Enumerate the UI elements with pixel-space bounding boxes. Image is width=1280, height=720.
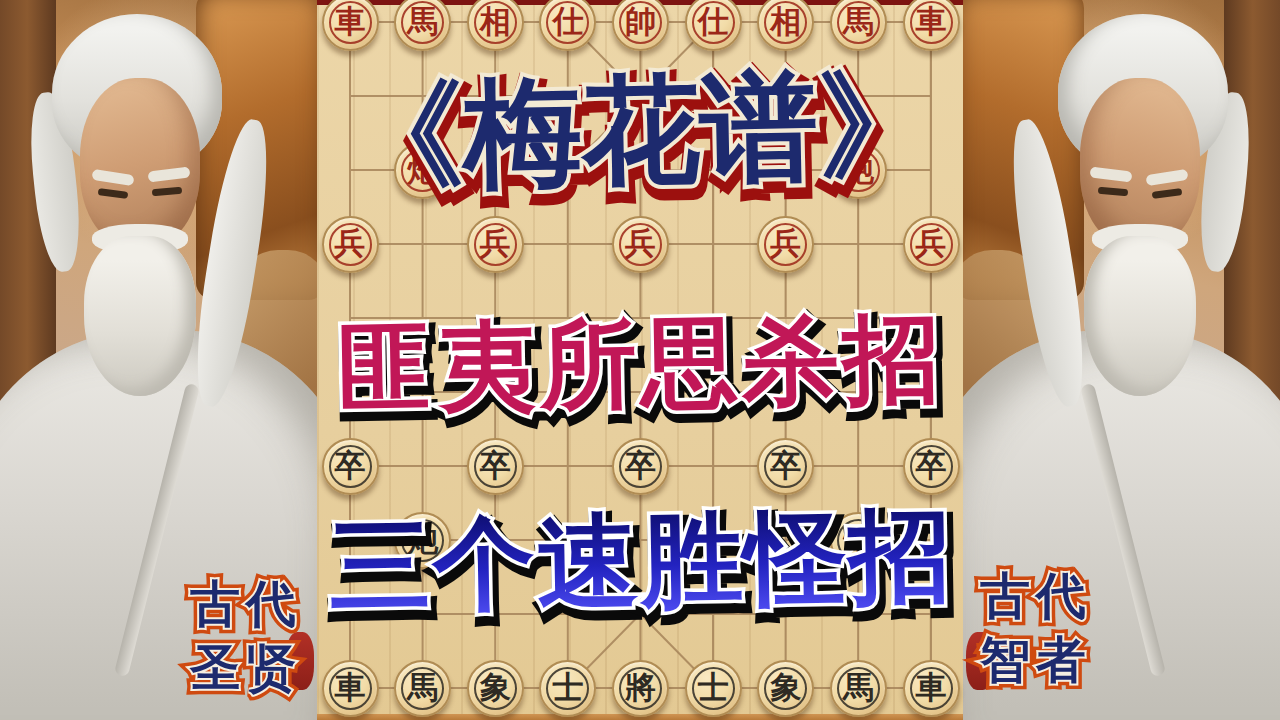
left-caption: 古代 古代 古代 圣贤 圣贤 圣贤 bbox=[188, 572, 304, 700]
piece-character: 相 bbox=[469, 0, 522, 49]
piece-character: 馬 bbox=[396, 662, 449, 715]
piece-red-兵[interactable]: 兵 bbox=[467, 216, 524, 273]
piece-black-馬[interactable]: 馬 bbox=[830, 660, 887, 717]
right-caption-line1: 古代 古代 古代 bbox=[978, 564, 1094, 628]
sage-beard bbox=[84, 236, 196, 396]
piece-black-車[interactable]: 車 bbox=[322, 660, 379, 717]
piece-character: 象 bbox=[759, 662, 812, 715]
piece-character: 將 bbox=[614, 662, 667, 715]
piece-red-相[interactable]: 相 bbox=[467, 0, 524, 51]
piece-character: 卒 bbox=[614, 440, 667, 493]
piece-character: 兵 bbox=[469, 218, 522, 271]
piece-red-仕[interactable]: 仕 bbox=[685, 0, 742, 51]
right-caption: 古代 古代 古代 智者 智者 智者 bbox=[978, 564, 1094, 692]
sage-face bbox=[1080, 78, 1200, 248]
piece-character: 車 bbox=[324, 0, 377, 49]
piece-character: 仕 bbox=[541, 0, 594, 49]
piece-red-馬[interactable]: 馬 bbox=[394, 0, 451, 51]
piece-character: 車 bbox=[905, 0, 958, 49]
piece-black-士[interactable]: 士 bbox=[685, 660, 742, 717]
piece-red-車[interactable]: 車 bbox=[903, 0, 960, 51]
piece-character: 卒 bbox=[324, 440, 377, 493]
subtitle-overlay-1: 匪夷所思杀招 匪夷所思杀招 匪夷所思杀招 bbox=[316, 294, 966, 436]
piece-black-馬[interactable]: 馬 bbox=[394, 660, 451, 717]
piece-red-相[interactable]: 相 bbox=[757, 0, 814, 51]
left-caption-line2: 圣贤 圣贤 圣贤 bbox=[188, 636, 304, 700]
piece-black-卒[interactable]: 卒 bbox=[322, 438, 379, 495]
piece-character: 兵 bbox=[759, 218, 812, 271]
piece-red-馬[interactable]: 馬 bbox=[830, 0, 887, 51]
subtitle-overlay-2: 三个速胜怪招 三个速胜怪招 三个速胜怪招 bbox=[316, 488, 966, 636]
right-caption-line2: 智者 智者 智者 bbox=[978, 628, 1094, 692]
piece-character: 車 bbox=[324, 662, 377, 715]
title-overlay: 《梅花谱》 《梅花谱》 《梅花谱》 bbox=[315, 45, 966, 219]
caption-text: 古代 bbox=[188, 572, 304, 636]
piece-character: 兵 bbox=[905, 218, 958, 271]
left-caption-line1: 古代 古代 古代 bbox=[188, 572, 304, 636]
piece-character: 兵 bbox=[614, 218, 667, 271]
piece-black-象[interactable]: 象 bbox=[757, 660, 814, 717]
subtitle1-text: 匪夷所思杀招 bbox=[337, 301, 945, 426]
piece-black-士[interactable]: 士 bbox=[539, 660, 596, 717]
piece-black-車[interactable]: 車 bbox=[903, 660, 960, 717]
piece-character: 卒 bbox=[905, 440, 958, 493]
piece-character: 相 bbox=[759, 0, 812, 49]
piece-character: 車 bbox=[905, 662, 958, 715]
piece-red-兵[interactable]: 兵 bbox=[757, 216, 814, 273]
subtitle2-text: 三个速胜怪招 bbox=[328, 495, 954, 626]
piece-character: 仕 bbox=[687, 0, 740, 49]
piece-red-仕[interactable]: 仕 bbox=[539, 0, 596, 51]
video-thumbnail: 車馬相仕帥仕相馬車炮炮兵兵兵兵兵卒卒卒卒卒炮炮車馬象士將士象馬車 《梅花谱》 《… bbox=[0, 0, 1280, 720]
piece-red-兵[interactable]: 兵 bbox=[903, 216, 960, 273]
piece-character: 帥 bbox=[614, 0, 667, 49]
piece-character: 馬 bbox=[832, 0, 885, 49]
piece-character: 卒 bbox=[759, 440, 812, 493]
piece-black-象[interactable]: 象 bbox=[467, 660, 524, 717]
piece-black-卒[interactable]: 卒 bbox=[467, 438, 524, 495]
piece-character: 士 bbox=[541, 662, 594, 715]
caption-text: 古代 bbox=[978, 564, 1094, 628]
sage-face bbox=[80, 78, 200, 248]
piece-character: 士 bbox=[687, 662, 740, 715]
piece-red-帥[interactable]: 帥 bbox=[612, 0, 669, 51]
piece-character: 卒 bbox=[469, 440, 522, 493]
title-text: 《梅花谱》 bbox=[345, 54, 938, 205]
piece-black-將[interactable]: 將 bbox=[612, 660, 669, 717]
piece-black-卒[interactable]: 卒 bbox=[903, 438, 960, 495]
piece-red-兵[interactable]: 兵 bbox=[612, 216, 669, 273]
piece-black-卒[interactable]: 卒 bbox=[757, 438, 814, 495]
caption-text: 圣贤 bbox=[188, 636, 304, 700]
piece-black-卒[interactable]: 卒 bbox=[612, 438, 669, 495]
piece-red-車[interactable]: 車 bbox=[322, 0, 379, 51]
caption-text: 智者 bbox=[978, 628, 1094, 692]
piece-character: 象 bbox=[469, 662, 522, 715]
sage-beard bbox=[1084, 236, 1196, 396]
piece-character: 馬 bbox=[832, 662, 885, 715]
piece-character: 馬 bbox=[396, 0, 449, 49]
